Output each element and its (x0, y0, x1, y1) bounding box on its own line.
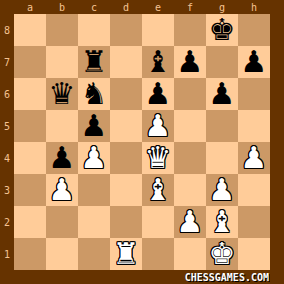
rank-label-4: 4 (0, 142, 14, 174)
site-credit: CHESSGAMES.COM (14, 270, 270, 284)
piece-black-queen[interactable]: ♛ (49, 78, 76, 110)
rank-label-8: 8 (0, 14, 14, 46)
chess-board: abcdefgh8♚7♜♝♟♟6♛♞♟♟5♟♟4♟♟♛♟3♟♝♟2♟♝1♜♚CH… (0, 0, 284, 284)
board-edge-right (270, 174, 284, 206)
file-label-e: e (142, 0, 174, 14)
piece-black-pawn[interactable]: ♟ (209, 78, 236, 110)
square-d7[interactable] (110, 46, 142, 78)
square-g8[interactable]: ♚ (206, 14, 238, 46)
piece-white-queen[interactable]: ♛ (145, 142, 172, 174)
rank-label-3: 3 (0, 174, 14, 206)
square-d1[interactable]: ♜ (110, 238, 142, 270)
piece-white-pawn[interactable]: ♟ (209, 174, 236, 206)
square-b4[interactable]: ♟ (46, 142, 78, 174)
rank-label-5: 5 (0, 110, 14, 142)
board-corner-bottom-right (270, 270, 284, 284)
square-e2[interactable] (142, 206, 174, 238)
piece-white-king[interactable]: ♚ (209, 238, 236, 270)
square-d2[interactable] (110, 206, 142, 238)
square-h8[interactable] (238, 14, 270, 46)
square-f3[interactable] (174, 174, 206, 206)
square-a1[interactable] (14, 238, 46, 270)
piece-white-pawn[interactable]: ♟ (145, 110, 172, 142)
board-edge-right (270, 46, 284, 78)
file-label-f: f (174, 0, 206, 14)
square-a5[interactable] (14, 110, 46, 142)
square-h6[interactable] (238, 78, 270, 110)
piece-black-bishop[interactable]: ♝ (145, 46, 172, 78)
square-g6[interactable]: ♟ (206, 78, 238, 110)
square-d6[interactable] (110, 78, 142, 110)
piece-black-knight[interactable]: ♞ (81, 78, 108, 110)
square-e3[interactable]: ♝ (142, 174, 174, 206)
square-a7[interactable] (14, 46, 46, 78)
piece-white-pawn[interactable]: ♟ (49, 174, 76, 206)
square-a8[interactable] (14, 14, 46, 46)
square-h3[interactable] (238, 174, 270, 206)
piece-white-pawn[interactable]: ♟ (177, 206, 204, 238)
square-b2[interactable] (46, 206, 78, 238)
board-edge-right (270, 238, 284, 270)
rank-label-1: 1 (0, 238, 14, 270)
square-f6[interactable] (174, 78, 206, 110)
rank-label-6: 6 (0, 78, 14, 110)
square-d3[interactable] (110, 174, 142, 206)
square-g7[interactable] (206, 46, 238, 78)
board-edge-right (270, 110, 284, 142)
piece-white-rook[interactable]: ♜ (113, 238, 140, 270)
board-corner-bottom-left (0, 270, 14, 284)
piece-black-pawn[interactable]: ♟ (177, 46, 204, 78)
square-b5[interactable] (46, 110, 78, 142)
square-d5[interactable] (110, 110, 142, 142)
piece-black-king[interactable]: ♚ (209, 14, 236, 46)
square-e7[interactable]: ♝ (142, 46, 174, 78)
square-c3[interactable] (78, 174, 110, 206)
square-h2[interactable] (238, 206, 270, 238)
square-h4[interactable]: ♟ (238, 142, 270, 174)
square-f1[interactable] (174, 238, 206, 270)
chess-diagram: abcdefgh8♚7♜♝♟♟6♛♞♟♟5♟♟4♟♟♛♟3♟♝♟2♟♝1♜♚CH… (0, 0, 284, 284)
square-h1[interactable] (238, 238, 270, 270)
piece-white-pawn[interactable]: ♟ (241, 142, 268, 174)
square-e8[interactable] (142, 14, 174, 46)
square-b7[interactable] (46, 46, 78, 78)
square-e6[interactable]: ♟ (142, 78, 174, 110)
file-label-h: h (238, 0, 270, 14)
square-e4[interactable]: ♛ (142, 142, 174, 174)
board-edge-right (270, 78, 284, 110)
square-a3[interactable] (14, 174, 46, 206)
square-b6[interactable]: ♛ (46, 78, 78, 110)
square-d4[interactable] (110, 142, 142, 174)
square-g1[interactable]: ♚ (206, 238, 238, 270)
square-c1[interactable] (78, 238, 110, 270)
file-label-b: b (46, 0, 78, 14)
piece-black-rook[interactable]: ♜ (81, 46, 108, 78)
board-edge-right (270, 142, 284, 174)
square-a4[interactable] (14, 142, 46, 174)
square-f8[interactable] (174, 14, 206, 46)
piece-black-pawn[interactable]: ♟ (81, 110, 108, 142)
square-h5[interactable] (238, 110, 270, 142)
square-c6[interactable]: ♞ (78, 78, 110, 110)
square-d8[interactable] (110, 14, 142, 46)
square-b8[interactable] (46, 14, 78, 46)
square-c2[interactable] (78, 206, 110, 238)
square-a2[interactable] (14, 206, 46, 238)
square-c8[interactable] (78, 14, 110, 46)
piece-black-pawn[interactable]: ♟ (49, 142, 76, 174)
board-edge-right (270, 206, 284, 238)
rank-label-2: 2 (0, 206, 14, 238)
piece-white-bishop[interactable]: ♝ (209, 206, 236, 238)
square-g4[interactable] (206, 142, 238, 174)
square-b3[interactable]: ♟ (46, 174, 78, 206)
square-f7[interactable]: ♟ (174, 46, 206, 78)
square-c7[interactable]: ♜ (78, 46, 110, 78)
board-corner-top-right (270, 0, 284, 14)
square-g5[interactable] (206, 110, 238, 142)
square-e5[interactable]: ♟ (142, 110, 174, 142)
square-a6[interactable] (14, 78, 46, 110)
square-f4[interactable] (174, 142, 206, 174)
piece-white-bishop[interactable]: ♝ (145, 174, 172, 206)
file-label-a: a (14, 0, 46, 14)
board-corner-top-left (0, 0, 14, 14)
square-f5[interactable] (174, 110, 206, 142)
square-g2[interactable]: ♝ (206, 206, 238, 238)
piece-white-pawn[interactable]: ♟ (81, 142, 108, 174)
piece-black-pawn[interactable]: ♟ (241, 46, 268, 78)
piece-black-pawn[interactable]: ♟ (145, 78, 172, 110)
board-edge-right (270, 14, 284, 46)
file-label-c: c (78, 0, 110, 14)
square-b1[interactable] (46, 238, 78, 270)
file-label-d: d (110, 0, 142, 14)
square-g3[interactable]: ♟ (206, 174, 238, 206)
square-c4[interactable]: ♟ (78, 142, 110, 174)
square-h7[interactable]: ♟ (238, 46, 270, 78)
square-f2[interactable]: ♟ (174, 206, 206, 238)
rank-label-7: 7 (0, 46, 14, 78)
square-e1[interactable] (142, 238, 174, 270)
square-c5[interactable]: ♟ (78, 110, 110, 142)
